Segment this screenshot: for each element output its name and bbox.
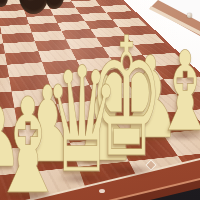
chessboard-photo: ♟♟♝♟♟♚♛♝ [0, 0, 200, 200]
board-scene [0, 0, 200, 200]
square-d2 [26, 167, 88, 200]
chess-board-plane [0, 0, 200, 200]
chess-board [0, 53, 200, 200]
